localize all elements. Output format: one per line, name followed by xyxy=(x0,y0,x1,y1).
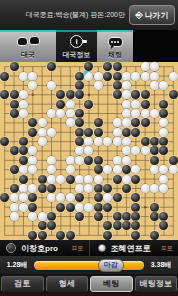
board-cell[interactable] xyxy=(103,231,112,240)
board-cell[interactable] xyxy=(0,137,9,146)
board-cell[interactable] xyxy=(19,156,28,165)
board-cell[interactable] xyxy=(122,174,131,183)
board-cell[interactable] xyxy=(169,90,178,99)
board-cell[interactable] xyxy=(159,137,168,146)
board-cell[interactable] xyxy=(75,62,84,71)
board-cell[interactable] xyxy=(159,71,168,80)
board-cell[interactable] xyxy=(141,184,150,193)
board-cell[interactable] xyxy=(159,99,168,108)
board-cell[interactable] xyxy=(56,193,65,202)
board-cell[interactable] xyxy=(141,62,150,71)
board-cell[interactable] xyxy=(112,174,121,183)
board-cell[interactable] xyxy=(37,146,46,155)
board-cell[interactable] xyxy=(131,212,140,221)
board-cell[interactable] xyxy=(0,184,9,193)
board-cell[interactable] xyxy=(103,184,112,193)
board-cell[interactable] xyxy=(66,62,75,71)
board-cell[interactable] xyxy=(56,184,65,193)
board-cell[interactable] xyxy=(75,90,84,99)
board-cell[interactable] xyxy=(9,146,18,155)
board-cell[interactable] xyxy=(150,174,159,183)
board-cell[interactable] xyxy=(66,212,75,221)
board-cell[interactable] xyxy=(122,165,131,174)
tab-chat[interactable]: 채팅 xyxy=(97,30,133,62)
board-cell[interactable] xyxy=(19,165,28,174)
board-cell[interactable] xyxy=(66,184,75,193)
board-cell[interactable] xyxy=(56,165,65,174)
board-cell[interactable] xyxy=(66,203,75,212)
board-cell[interactable] xyxy=(37,165,46,174)
board-cell[interactable] xyxy=(112,62,121,71)
board-cell[interactable] xyxy=(28,90,37,99)
board-cell[interactable] xyxy=(84,174,93,183)
board-cell[interactable] xyxy=(103,221,112,230)
board-cell[interactable] xyxy=(84,156,93,165)
board-cell[interactable] xyxy=(28,174,37,183)
board-cell[interactable] xyxy=(19,146,28,155)
board-cell[interactable] xyxy=(56,203,65,212)
board-cell[interactable] xyxy=(9,203,18,212)
board-cell[interactable] xyxy=(150,71,159,80)
board-cell[interactable] xyxy=(94,184,103,193)
board-cell[interactable] xyxy=(47,231,56,240)
board-cell[interactable] xyxy=(19,128,28,137)
board-cell[interactable] xyxy=(47,109,56,118)
board-cell[interactable] xyxy=(56,128,65,137)
board-cell[interactable] xyxy=(112,221,121,230)
board-cell[interactable] xyxy=(37,156,46,165)
board-cell[interactable] xyxy=(66,146,75,155)
board-cell[interactable] xyxy=(141,146,150,155)
board-cell[interactable] xyxy=(103,156,112,165)
board-cell[interactable] xyxy=(9,193,18,202)
board-cell[interactable] xyxy=(75,203,84,212)
board-cell[interactable] xyxy=(169,221,178,230)
board-cell[interactable] xyxy=(94,109,103,118)
board-cell[interactable] xyxy=(9,118,18,127)
board-cell[interactable] xyxy=(75,231,84,240)
board-cell[interactable] xyxy=(122,231,131,240)
board-cell[interactable] xyxy=(94,90,103,99)
board-cell[interactable] xyxy=(9,137,18,146)
board-cell[interactable] xyxy=(66,90,75,99)
board-cell[interactable] xyxy=(0,146,9,155)
board-cell[interactable] xyxy=(169,62,178,71)
board-cell[interactable] xyxy=(28,193,37,202)
board-cell[interactable] xyxy=(150,99,159,108)
board-cell[interactable] xyxy=(47,128,56,137)
board-cell[interactable] xyxy=(47,90,56,99)
board-cell[interactable] xyxy=(150,156,159,165)
board-cell[interactable] xyxy=(66,109,75,118)
board-cell[interactable] xyxy=(19,99,28,108)
board-cell[interactable] xyxy=(141,231,150,240)
board-cell[interactable] xyxy=(159,184,168,193)
board-cell[interactable] xyxy=(37,212,46,221)
board-cell[interactable] xyxy=(9,99,18,108)
board-cell[interactable] xyxy=(19,81,28,90)
board-cell[interactable] xyxy=(47,203,56,212)
board-cell[interactable] xyxy=(56,231,65,240)
board-cell[interactable] xyxy=(66,137,75,146)
board-cell[interactable] xyxy=(141,165,150,174)
board-cell[interactable] xyxy=(150,165,159,174)
board-cell[interactable] xyxy=(159,193,168,202)
board-cell[interactable] xyxy=(47,118,56,127)
board-cell[interactable] xyxy=(122,146,131,155)
board-cell[interactable] xyxy=(0,99,9,108)
board-cell[interactable] xyxy=(159,146,168,155)
board-cell[interactable] xyxy=(37,221,46,230)
board-cell[interactable] xyxy=(84,128,93,137)
board-cell[interactable] xyxy=(9,221,18,230)
board-cell[interactable] xyxy=(112,137,121,146)
board-cell[interactable] xyxy=(75,137,84,146)
board-cell[interactable] xyxy=(159,156,168,165)
board-cell[interactable] xyxy=(47,137,56,146)
board-cell[interactable] xyxy=(112,156,121,165)
exit-button[interactable]: ⎆ 나가기 xyxy=(129,5,175,25)
board-cell[interactable] xyxy=(169,81,178,90)
board-cell[interactable] xyxy=(122,221,131,230)
board-cell[interactable] xyxy=(103,174,112,183)
board-cell[interactable] xyxy=(37,193,46,202)
board-cell[interactable] xyxy=(47,212,56,221)
board-cell[interactable] xyxy=(19,62,28,71)
board-cell[interactable] xyxy=(66,221,75,230)
board-cell[interactable] xyxy=(94,212,103,221)
board-cell[interactable] xyxy=(56,221,65,230)
board-cell[interactable] xyxy=(66,174,75,183)
board-cell[interactable] xyxy=(56,156,65,165)
board-cell[interactable] xyxy=(56,62,65,71)
board-cell[interactable] xyxy=(112,165,121,174)
board-cell[interactable] xyxy=(66,128,75,137)
board-cell[interactable] xyxy=(84,193,93,202)
board-cell[interactable] xyxy=(0,128,9,137)
board-cell[interactable] xyxy=(0,71,9,80)
board-cell[interactable] xyxy=(141,128,150,137)
board-cell[interactable] xyxy=(37,90,46,99)
board-cell[interactable] xyxy=(131,174,140,183)
board-cell[interactable] xyxy=(47,165,56,174)
review-button[interactable]: 검토 xyxy=(1,276,44,292)
board-cell[interactable] xyxy=(19,137,28,146)
board-cell[interactable] xyxy=(122,184,131,193)
board-cell[interactable] xyxy=(75,118,84,127)
board-cell[interactable] xyxy=(150,62,159,71)
board-cell[interactable] xyxy=(56,118,65,127)
board-cell[interactable] xyxy=(103,203,112,212)
board-cell[interactable] xyxy=(66,81,75,90)
board-cell[interactable] xyxy=(103,165,112,174)
board-cell[interactable] xyxy=(37,81,46,90)
board-cell[interactable] xyxy=(0,231,9,240)
board-cell[interactable] xyxy=(47,71,56,80)
board-cell[interactable] xyxy=(112,231,121,240)
board-cell[interactable] xyxy=(47,62,56,71)
board-cell[interactable] xyxy=(84,231,93,240)
board-cell[interactable] xyxy=(103,137,112,146)
betting-button[interactable]: 베팅 xyxy=(90,276,133,292)
board-cell[interactable] xyxy=(9,165,18,174)
board-cell[interactable] xyxy=(84,165,93,174)
board-cell[interactable] xyxy=(141,193,150,202)
board-cell[interactable] xyxy=(150,221,159,230)
board-cell[interactable] xyxy=(9,109,18,118)
board-cell[interactable] xyxy=(159,231,168,240)
board-cell[interactable] xyxy=(19,184,28,193)
board-cell[interactable] xyxy=(28,137,37,146)
board-cell[interactable] xyxy=(9,81,18,90)
board-cell[interactable] xyxy=(84,71,93,80)
board-cell[interactable] xyxy=(19,221,28,230)
board-cell[interactable] xyxy=(141,221,150,230)
board-cell[interactable] xyxy=(19,174,28,183)
board-cell[interactable] xyxy=(9,174,18,183)
board-cell[interactable] xyxy=(141,118,150,127)
board-cell[interactable] xyxy=(159,109,168,118)
board-cell[interactable] xyxy=(159,128,168,137)
board-cell[interactable] xyxy=(141,99,150,108)
board-cell[interactable] xyxy=(169,71,178,80)
board-cell[interactable] xyxy=(75,99,84,108)
board-cell[interactable] xyxy=(169,156,178,165)
board-cell[interactable] xyxy=(9,71,18,80)
board-cell[interactable] xyxy=(84,203,93,212)
board-cell[interactable] xyxy=(131,109,140,118)
board-cell[interactable] xyxy=(37,99,46,108)
board-cell[interactable] xyxy=(112,71,121,80)
board-cell[interactable] xyxy=(169,165,178,174)
board-cell[interactable] xyxy=(112,99,121,108)
board-cell[interactable] xyxy=(131,62,140,71)
board-cell[interactable] xyxy=(75,165,84,174)
board-cell[interactable] xyxy=(56,90,65,99)
board-cell[interactable] xyxy=(9,184,18,193)
board-cell[interactable] xyxy=(131,203,140,212)
board-cell[interactable] xyxy=(122,156,131,165)
board-cell[interactable] xyxy=(112,146,121,155)
board-cell[interactable] xyxy=(47,81,56,90)
board-cell[interactable] xyxy=(0,212,9,221)
board-cell[interactable] xyxy=(75,174,84,183)
board-cell[interactable] xyxy=(28,165,37,174)
board-cell[interactable] xyxy=(122,193,131,202)
board-cell[interactable] xyxy=(84,118,93,127)
board-cell[interactable] xyxy=(131,146,140,155)
board-cell[interactable] xyxy=(122,118,131,127)
board-cell[interactable] xyxy=(103,128,112,137)
board-cell[interactable] xyxy=(159,174,168,183)
board-cell[interactable] xyxy=(66,156,75,165)
board-cell[interactable] xyxy=(0,203,9,212)
board-cell[interactable] xyxy=(112,81,121,90)
board-cell[interactable] xyxy=(75,128,84,137)
board-cell[interactable] xyxy=(103,146,112,155)
board-cell[interactable] xyxy=(169,174,178,183)
board-cell[interactable] xyxy=(94,81,103,90)
board-cell[interactable] xyxy=(150,203,159,212)
tab-game-info[interactable]: i 대국정보 xyxy=(56,30,97,62)
board-cell[interactable] xyxy=(94,231,103,240)
board-cell[interactable] xyxy=(47,156,56,165)
board-cell[interactable] xyxy=(84,137,93,146)
board-cell[interactable] xyxy=(28,156,37,165)
board-cell[interactable] xyxy=(103,90,112,99)
board-cell[interactable] xyxy=(131,221,140,230)
board-cell[interactable] xyxy=(131,118,140,127)
board-cell[interactable] xyxy=(37,62,46,71)
betting-info-button[interactable]: 배팅정보 xyxy=(135,276,178,292)
board-cell[interactable] xyxy=(28,71,37,80)
board-cell[interactable] xyxy=(19,231,28,240)
board-cell[interactable] xyxy=(131,184,140,193)
board-cell[interactable] xyxy=(94,193,103,202)
board-cell[interactable] xyxy=(56,109,65,118)
board-cell[interactable] xyxy=(28,62,37,71)
board-cell[interactable] xyxy=(122,109,131,118)
tab-game[interactable]: 대국 xyxy=(0,30,56,62)
board-cell[interactable] xyxy=(28,118,37,127)
board-cell[interactable] xyxy=(84,212,93,221)
board-cell[interactable] xyxy=(150,146,159,155)
board-cell[interactable] xyxy=(19,71,28,80)
board-cell[interactable] xyxy=(37,203,46,212)
board-cell[interactable] xyxy=(28,203,37,212)
board-cell[interactable] xyxy=(84,62,93,71)
board-cell[interactable] xyxy=(159,221,168,230)
board-cell[interactable] xyxy=(56,174,65,183)
board-cell[interactable] xyxy=(56,71,65,80)
board-cell[interactable] xyxy=(56,81,65,90)
board-cell[interactable] xyxy=(159,165,168,174)
board-cell[interactable] xyxy=(131,156,140,165)
board-cell[interactable] xyxy=(94,165,103,174)
board-cell[interactable] xyxy=(0,221,9,230)
board-cell[interactable] xyxy=(19,90,28,99)
board-cell[interactable] xyxy=(131,137,140,146)
board-cell[interactable] xyxy=(169,193,178,202)
board-cell[interactable] xyxy=(28,99,37,108)
board-cell[interactable] xyxy=(131,71,140,80)
board-cell[interactable] xyxy=(169,128,178,137)
board-cell[interactable] xyxy=(28,128,37,137)
board-cell[interactable] xyxy=(75,193,84,202)
board-cell[interactable] xyxy=(84,81,93,90)
board-cell[interactable] xyxy=(159,212,168,221)
board-cell[interactable] xyxy=(94,99,103,108)
board-cell[interactable] xyxy=(37,128,46,137)
board-cell[interactable] xyxy=(0,156,9,165)
board-cell[interactable] xyxy=(112,109,121,118)
board-cell[interactable] xyxy=(37,184,46,193)
board-cell[interactable] xyxy=(56,146,65,155)
board-cell[interactable] xyxy=(84,99,93,108)
board-cell[interactable] xyxy=(47,174,56,183)
board-cell[interactable] xyxy=(28,184,37,193)
board-cell[interactable] xyxy=(122,128,131,137)
board-cell[interactable] xyxy=(150,118,159,127)
board-cell[interactable] xyxy=(66,99,75,108)
board-cell[interactable] xyxy=(159,81,168,90)
board-cell[interactable] xyxy=(169,212,178,221)
board-cell[interactable] xyxy=(9,156,18,165)
board-cell[interactable] xyxy=(150,231,159,240)
board-cell[interactable] xyxy=(28,146,37,155)
board-cell[interactable] xyxy=(131,165,140,174)
board-cell[interactable] xyxy=(94,128,103,137)
board-cell[interactable] xyxy=(103,99,112,108)
board-cell[interactable] xyxy=(112,128,121,137)
board-cell[interactable] xyxy=(47,146,56,155)
board-cell[interactable] xyxy=(19,118,28,127)
board-cell[interactable] xyxy=(0,118,9,127)
board-cell[interactable] xyxy=(122,81,131,90)
board-cell[interactable] xyxy=(112,212,121,221)
board-cell[interactable] xyxy=(169,99,178,108)
board-cell[interactable] xyxy=(150,137,159,146)
board-cell[interactable] xyxy=(169,109,178,118)
territory-button[interactable]: 형세 xyxy=(46,276,89,292)
board-cell[interactable] xyxy=(112,203,121,212)
board-cell[interactable] xyxy=(94,156,103,165)
board-cell[interactable] xyxy=(150,128,159,137)
board-cell[interactable] xyxy=(84,221,93,230)
board-cell[interactable] xyxy=(122,137,131,146)
board-cell[interactable] xyxy=(159,203,168,212)
board-cell[interactable] xyxy=(84,184,93,193)
board-cell[interactable] xyxy=(131,90,140,99)
board-cell[interactable] xyxy=(112,184,121,193)
board-cell[interactable] xyxy=(94,71,103,80)
board-cell[interactable] xyxy=(9,231,18,240)
board-cell[interactable] xyxy=(94,62,103,71)
board-cell[interactable] xyxy=(169,184,178,193)
board-cell[interactable] xyxy=(75,156,84,165)
board-cell[interactable] xyxy=(141,174,150,183)
board-cell[interactable] xyxy=(94,203,103,212)
board-cell[interactable] xyxy=(141,137,150,146)
board-cell[interactable] xyxy=(94,221,103,230)
board-cell[interactable] xyxy=(19,109,28,118)
board-cell[interactable] xyxy=(0,62,9,71)
board-cell[interactable] xyxy=(103,71,112,80)
board-cell[interactable] xyxy=(0,165,9,174)
board-cell[interactable] xyxy=(94,146,103,155)
board-cell[interactable] xyxy=(37,231,46,240)
board-cell[interactable] xyxy=(75,184,84,193)
board-cell[interactable] xyxy=(103,81,112,90)
board-cell[interactable] xyxy=(131,231,140,240)
board-cell[interactable] xyxy=(37,118,46,127)
board-cell[interactable] xyxy=(169,137,178,146)
board-cell[interactable] xyxy=(131,193,140,202)
board-cell[interactable] xyxy=(94,118,103,127)
board-cell[interactable] xyxy=(141,109,150,118)
board-cell[interactable] xyxy=(75,146,84,155)
board-cell[interactable] xyxy=(66,231,75,240)
board-cell[interactable] xyxy=(112,118,121,127)
board-cell[interactable] xyxy=(37,137,46,146)
board-cell[interactable] xyxy=(131,128,140,137)
board-cell[interactable] xyxy=(0,109,9,118)
board-cell[interactable] xyxy=(103,109,112,118)
board-cell[interactable] xyxy=(150,81,159,90)
board-cell[interactable] xyxy=(112,193,121,202)
board-cell[interactable] xyxy=(84,109,93,118)
board-cell[interactable] xyxy=(28,81,37,90)
